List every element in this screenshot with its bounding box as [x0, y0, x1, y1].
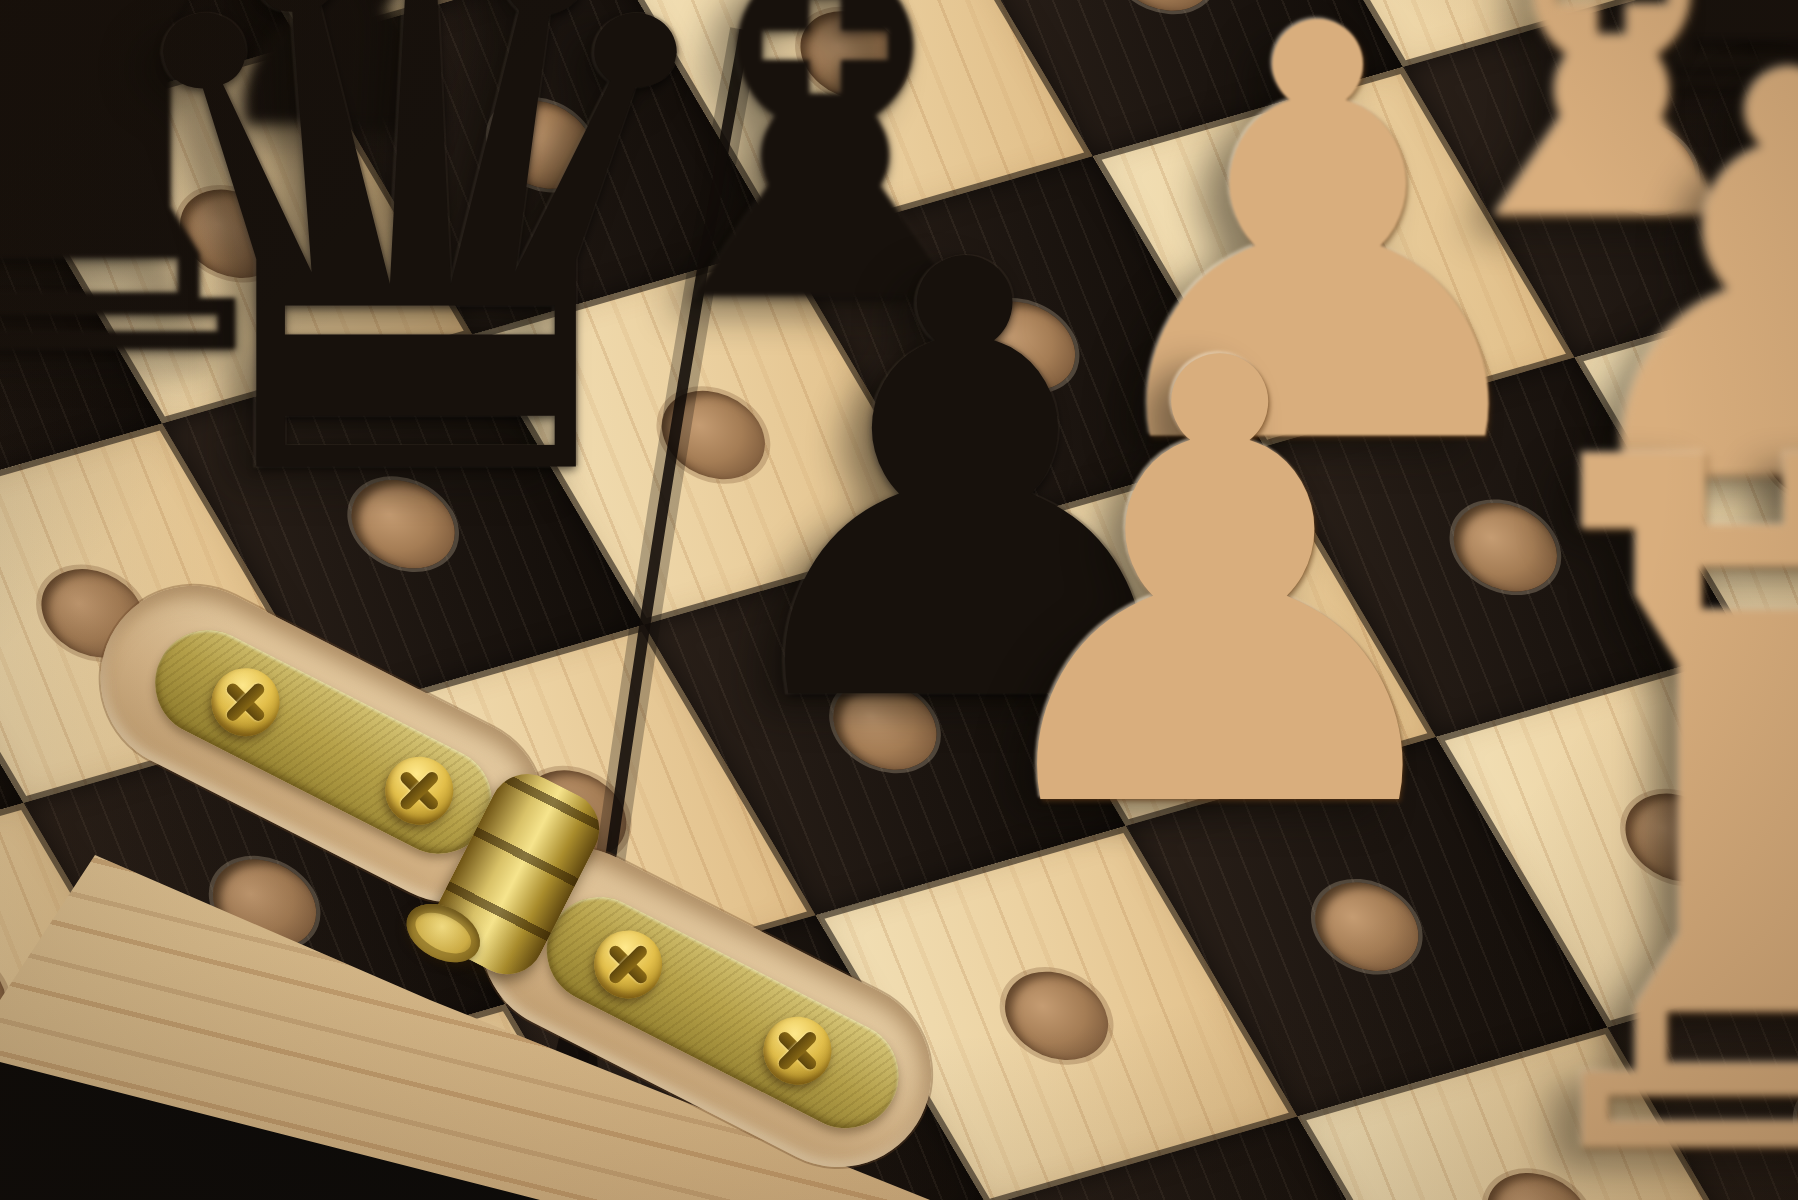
travel-chess-photo-scene: ♜♟♛♝♟♟♟♝♟♜♜: [0, 0, 1798, 1200]
piece-white-pawn-f5[interactable]: ♟: [947, 283, 1494, 893]
piece-black-queen-d6[interactable]: ♛: [79, 0, 760, 584]
pieces-layer: ♜♟♛♝♟♟♟♝♟♜♜: [0, 0, 1798, 1200]
piece-white-rook-g3[interactable]: ♜: [1424, 342, 1798, 1200]
